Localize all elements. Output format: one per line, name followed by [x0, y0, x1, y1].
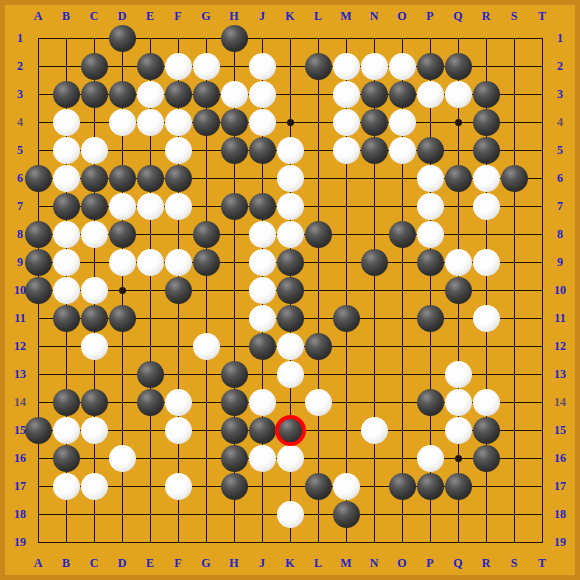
row-label-left: 1: [17, 32, 23, 44]
star-point: [119, 287, 126, 294]
stone-white: [249, 53, 276, 80]
stone-black: [109, 165, 136, 192]
stone-black: [81, 305, 108, 332]
stone-white: [249, 277, 276, 304]
stone-black: [165, 165, 192, 192]
star-point: [455, 119, 462, 126]
stone-black: [137, 361, 164, 388]
stone-black: [53, 445, 80, 472]
row-label-right: 15: [554, 424, 566, 436]
column-label-bottom: O: [397, 557, 406, 569]
row-label-right: 18: [554, 508, 566, 520]
stone-black: [137, 389, 164, 416]
stone-black: [221, 193, 248, 220]
row-label-right: 1: [557, 32, 563, 44]
stone-black: [445, 53, 472, 80]
column-label-bottom: L: [314, 557, 322, 569]
stone-black: [137, 165, 164, 192]
column-label-top: M: [340, 10, 351, 22]
stone-black: [137, 53, 164, 80]
column-label-top: K: [285, 10, 294, 22]
star-point: [287, 119, 294, 126]
stone-white: [53, 137, 80, 164]
stone-white: [165, 249, 192, 276]
column-label-bottom: B: [62, 557, 70, 569]
stone-black: [473, 417, 500, 444]
stone-white: [165, 417, 192, 444]
stone-black: [25, 417, 52, 444]
column-label-top: T: [538, 10, 546, 22]
column-label-top: S: [511, 10, 518, 22]
stone-black: [361, 109, 388, 136]
stone-white: [277, 445, 304, 472]
row-label-left: 9: [17, 256, 23, 268]
stone-white: [277, 221, 304, 248]
stone-white: [277, 137, 304, 164]
stone-white: [109, 445, 136, 472]
row-label-left: 12: [14, 340, 26, 352]
stone-black: [25, 277, 52, 304]
stone-black: [109, 25, 136, 52]
column-label-bottom: A: [34, 557, 43, 569]
stone-white: [473, 305, 500, 332]
column-label-bottom: G: [201, 557, 210, 569]
row-label-left: 14: [14, 396, 26, 408]
stone-white: [249, 81, 276, 108]
stone-white: [165, 473, 192, 500]
row-label-right: 3: [557, 88, 563, 100]
column-label-bottom: Q: [453, 557, 462, 569]
row-label-right: 10: [554, 284, 566, 296]
stone-black: [249, 193, 276, 220]
stone-white: [333, 53, 360, 80]
stone-black: [53, 305, 80, 332]
row-label-right: 11: [554, 312, 565, 324]
stone-black: [221, 389, 248, 416]
stone-black: [109, 221, 136, 248]
stone-black: [25, 221, 52, 248]
column-label-top: F: [174, 10, 181, 22]
stone-black: [473, 109, 500, 136]
stone-white: [81, 221, 108, 248]
stone-white: [53, 473, 80, 500]
column-label-top: Q: [453, 10, 462, 22]
stone-white: [333, 109, 360, 136]
grid-line-horizontal: [38, 542, 543, 543]
row-label-right: 19: [554, 536, 566, 548]
stone-black: [445, 165, 472, 192]
column-label-top: D: [118, 10, 127, 22]
stone-white: [249, 249, 276, 276]
column-label-top: O: [397, 10, 406, 22]
stone-black: [445, 473, 472, 500]
column-label-top: G: [201, 10, 210, 22]
stone-black: [81, 81, 108, 108]
stone-white: [165, 193, 192, 220]
stone-white: [165, 389, 192, 416]
grid-line-vertical: [318, 38, 319, 543]
stone-white: [333, 137, 360, 164]
stone-white: [361, 53, 388, 80]
stone-white: [417, 81, 444, 108]
stone-white: [137, 249, 164, 276]
stone-white: [389, 53, 416, 80]
stone-black: [221, 109, 248, 136]
stone-black: [249, 137, 276, 164]
stone-black: [277, 305, 304, 332]
stone-black: [417, 305, 444, 332]
column-label-top: A: [34, 10, 43, 22]
column-label-top: H: [229, 10, 238, 22]
stone-white: [53, 249, 80, 276]
column-label-top: L: [314, 10, 322, 22]
stone-black: [333, 305, 360, 332]
stone-black: [305, 221, 332, 248]
stone-white: [473, 249, 500, 276]
stone-black: [193, 109, 220, 136]
stone-black: [81, 193, 108, 220]
stone-black: [445, 277, 472, 304]
stone-white: [389, 137, 416, 164]
stone-black: [305, 473, 332, 500]
row-label-left: 10: [14, 284, 26, 296]
stone-black: [417, 473, 444, 500]
row-label-left: 2: [17, 60, 23, 72]
stone-black: [389, 473, 416, 500]
stone-white: [277, 165, 304, 192]
stone-white: [473, 193, 500, 220]
stone-white: [165, 53, 192, 80]
star-point: [455, 455, 462, 462]
row-label-right: 17: [554, 480, 566, 492]
column-label-bottom: C: [90, 557, 99, 569]
stone-black: [53, 389, 80, 416]
stone-white: [305, 389, 332, 416]
stone-white: [81, 137, 108, 164]
stone-white: [445, 249, 472, 276]
stone-black: [109, 81, 136, 108]
column-label-top: J: [259, 10, 265, 22]
row-label-left: 15: [14, 424, 26, 436]
row-label-right: 16: [554, 452, 566, 464]
stone-white: [137, 109, 164, 136]
stone-white: [445, 361, 472, 388]
stone-black: [417, 137, 444, 164]
stone-black: [25, 165, 52, 192]
stone-white: [333, 473, 360, 500]
row-label-right: 4: [557, 116, 563, 128]
column-label-bottom: F: [174, 557, 181, 569]
stone-white: [53, 277, 80, 304]
column-label-top: R: [482, 10, 491, 22]
row-label-left: 7: [17, 200, 23, 212]
stone-white: [221, 81, 248, 108]
column-label-top: C: [90, 10, 99, 22]
stone-white: [165, 137, 192, 164]
stone-white: [417, 221, 444, 248]
stone-black: [417, 389, 444, 416]
column-label-top: N: [370, 10, 379, 22]
grid-line-vertical: [542, 38, 543, 543]
column-label-bottom: S: [511, 557, 518, 569]
stone-white: [249, 109, 276, 136]
column-label-bottom: P: [426, 557, 433, 569]
goban[interactable]: AABBCCDDEEFFGGHHJJKKLLMMNNOOPPQQRRSSTT11…: [0, 0, 580, 580]
row-label-right: 14: [554, 396, 566, 408]
row-label-left: 5: [17, 144, 23, 156]
stone-white: [53, 109, 80, 136]
stone-black: [81, 53, 108, 80]
stone-black: [221, 445, 248, 472]
row-label-left: 11: [14, 312, 25, 324]
row-label-right: 2: [557, 60, 563, 72]
stone-black: [165, 277, 192, 304]
row-label-left: 8: [17, 228, 23, 240]
row-label-left: 18: [14, 508, 26, 520]
stone-white: [277, 193, 304, 220]
stone-black: [417, 53, 444, 80]
column-label-top: E: [146, 10, 154, 22]
row-label-left: 6: [17, 172, 23, 184]
stone-black: [221, 137, 248, 164]
stone-white: [333, 81, 360, 108]
row-label-left: 16: [14, 452, 26, 464]
stone-white: [81, 473, 108, 500]
stone-black: [389, 221, 416, 248]
stone-black: [417, 249, 444, 276]
row-label-right: 7: [557, 200, 563, 212]
column-label-bottom: D: [118, 557, 127, 569]
stone-white: [137, 81, 164, 108]
stone-black: [501, 165, 528, 192]
column-label-bottom: H: [229, 557, 238, 569]
row-label-left: 13: [14, 368, 26, 380]
stone-black: [221, 417, 248, 444]
column-label-top: P: [426, 10, 433, 22]
stone-white: [249, 445, 276, 472]
stone-black: [193, 221, 220, 248]
stone-white: [53, 221, 80, 248]
stone-black: [53, 193, 80, 220]
stone-white: [361, 417, 388, 444]
column-label-top: B: [62, 10, 70, 22]
row-label-right: 12: [554, 340, 566, 352]
stone-black: [305, 333, 332, 360]
stone-white: [417, 165, 444, 192]
row-label-left: 17: [14, 480, 26, 492]
stone-black: [305, 53, 332, 80]
stone-white: [109, 249, 136, 276]
stone-white: [473, 389, 500, 416]
stone-white: [445, 417, 472, 444]
stone-black: [277, 249, 304, 276]
stone-white: [109, 109, 136, 136]
stone-white: [81, 417, 108, 444]
stone-black: [473, 137, 500, 164]
row-label-right: 9: [557, 256, 563, 268]
stone-white: [193, 333, 220, 360]
stone-white: [249, 389, 276, 416]
stone-white: [417, 445, 444, 472]
stone-white: [81, 277, 108, 304]
stone-black: [249, 333, 276, 360]
column-label-bottom: M: [340, 557, 351, 569]
stone-black: [193, 81, 220, 108]
stone-black: [249, 417, 276, 444]
stone-black: [277, 277, 304, 304]
stone-white: [193, 53, 220, 80]
stone-black: [333, 501, 360, 528]
stone-black: [193, 249, 220, 276]
stone-white: [277, 361, 304, 388]
stone-black: [221, 25, 248, 52]
stone-white: [389, 109, 416, 136]
stone-black: [361, 81, 388, 108]
row-label-left: 4: [17, 116, 23, 128]
column-label-bottom: T: [538, 557, 546, 569]
grid-line-vertical: [514, 38, 515, 543]
stone-black: [221, 361, 248, 388]
stone-white: [109, 193, 136, 220]
stone-black: [165, 81, 192, 108]
column-label-bottom: J: [259, 557, 265, 569]
stone-white: [53, 165, 80, 192]
stone-black: [221, 473, 248, 500]
stone-black: [53, 81, 80, 108]
stone-white: [445, 389, 472, 416]
row-label-right: 13: [554, 368, 566, 380]
stone-black: [473, 81, 500, 108]
row-label-left: 3: [17, 88, 23, 100]
row-label-left: 19: [14, 536, 26, 548]
stone-black: [473, 445, 500, 472]
column-label-bottom: E: [146, 557, 154, 569]
row-label-right: 6: [557, 172, 563, 184]
stone-white: [81, 333, 108, 360]
stone-white: [249, 305, 276, 332]
stone-white: [473, 165, 500, 192]
stone-black: [25, 249, 52, 276]
stone-white: [137, 193, 164, 220]
stone-black: [81, 389, 108, 416]
stone-black: [361, 137, 388, 164]
stone-white: [277, 333, 304, 360]
stone-white: [277, 501, 304, 528]
column-label-bottom: N: [370, 557, 379, 569]
last-move-marker: [275, 415, 306, 446]
stone-black: [109, 305, 136, 332]
stone-white: [417, 193, 444, 220]
stone-white: [53, 417, 80, 444]
stone-white: [165, 109, 192, 136]
column-label-bottom: R: [482, 557, 491, 569]
stone-black: [361, 249, 388, 276]
stone-white: [445, 81, 472, 108]
stone-black: [389, 81, 416, 108]
row-label-right: 8: [557, 228, 563, 240]
stone-white: [249, 221, 276, 248]
column-label-bottom: K: [285, 557, 294, 569]
stone-black: [81, 165, 108, 192]
row-label-right: 5: [557, 144, 563, 156]
